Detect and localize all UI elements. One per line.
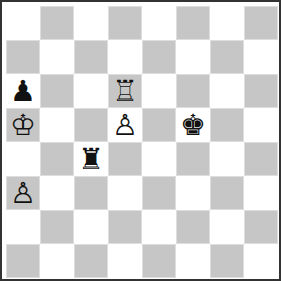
square-g3[interactable] [210,176,244,210]
square-c6[interactable] [74,74,108,108]
square-h7[interactable] [244,40,278,74]
square-g4[interactable] [210,142,244,176]
square-f4[interactable] [176,142,210,176]
square-c2[interactable] [74,210,108,244]
square-f6[interactable] [176,74,210,108]
square-h4[interactable] [244,142,278,176]
piece-black-king: ♚ [176,108,210,142]
square-b4[interactable] [40,142,74,176]
square-d8[interactable] [108,6,142,40]
square-d1[interactable] [108,244,142,278]
square-c7[interactable] [74,40,108,74]
square-d2[interactable] [108,210,142,244]
square-f7[interactable] [176,40,210,74]
square-e6[interactable] [142,74,176,108]
square-a3[interactable]: ♙ [6,176,40,210]
square-b8[interactable] [40,6,74,40]
square-a4[interactable] [6,142,40,176]
square-e8[interactable] [142,6,176,40]
square-h2[interactable] [244,210,278,244]
square-g8[interactable] [210,6,244,40]
piece-white-pawn: ♙ [108,108,142,142]
square-f3[interactable] [176,176,210,210]
square-e5[interactable] [142,108,176,142]
square-a5[interactable]: ♔ [6,108,40,142]
square-b6[interactable] [40,74,74,108]
square-g6[interactable] [210,74,244,108]
square-e1[interactable] [142,244,176,278]
piece-white-rook: ♖ [108,74,142,108]
square-d4[interactable] [108,142,142,176]
square-h3[interactable] [244,176,278,210]
square-e3[interactable] [142,176,176,210]
square-a7[interactable] [6,40,40,74]
square-d3[interactable] [108,176,142,210]
square-b7[interactable] [40,40,74,74]
square-h6[interactable] [244,74,278,108]
piece-black-pawn: ♟ [6,74,40,108]
piece-black-rook: ♜ [74,142,108,176]
square-d5[interactable]: ♙ [108,108,142,142]
square-h1[interactable] [244,244,278,278]
square-f5[interactable]: ♚ [176,108,210,142]
square-g1[interactable] [210,244,244,278]
square-f2[interactable] [176,210,210,244]
square-b5[interactable] [40,108,74,142]
square-f1[interactable] [176,244,210,278]
chess-board: ♟♖♔♙♚♜♙ [6,6,278,278]
square-h8[interactable] [244,6,278,40]
square-d6[interactable]: ♖ [108,74,142,108]
square-b1[interactable] [40,244,74,278]
square-a6[interactable]: ♟ [6,74,40,108]
square-a1[interactable] [6,244,40,278]
square-a2[interactable] [6,210,40,244]
square-c5[interactable] [74,108,108,142]
square-c3[interactable] [74,176,108,210]
square-c8[interactable] [74,6,108,40]
square-e4[interactable] [142,142,176,176]
piece-white-pawn: ♙ [6,176,40,210]
square-c4[interactable]: ♜ [74,142,108,176]
piece-white-king: ♔ [6,108,40,142]
square-h5[interactable] [244,108,278,142]
square-e7[interactable] [142,40,176,74]
square-e2[interactable] [142,210,176,244]
square-d7[interactable] [108,40,142,74]
square-g7[interactable] [210,40,244,74]
square-f8[interactable] [176,6,210,40]
board-frame: ♟♖♔♙♚♜♙ [0,0,281,281]
square-a8[interactable] [6,6,40,40]
square-b3[interactable] [40,176,74,210]
square-g2[interactable] [210,210,244,244]
square-g5[interactable] [210,108,244,142]
square-c1[interactable] [74,244,108,278]
square-b2[interactable] [40,210,74,244]
